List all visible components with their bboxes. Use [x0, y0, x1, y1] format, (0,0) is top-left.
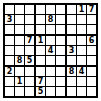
cell-r1c3[interactable]	[25, 5, 36, 15]
cell-r7c9[interactable]	[87, 67, 96, 77]
cell-r3c6[interactable]	[56, 25, 67, 36]
cell-r1c8[interactable]: 1	[77, 5, 87, 15]
cell-r6c5[interactable]	[46, 56, 56, 67]
cell-r9c9[interactable]	[87, 87, 96, 96]
cell-r5c5[interactable]: 4	[46, 46, 56, 56]
cell-r5c6[interactable]	[56, 46, 67, 56]
cell-r4c7[interactable]	[67, 36, 77, 46]
cell-r3c8[interactable]	[77, 25, 87, 36]
cell-r5c2[interactable]	[15, 46, 25, 56]
cell-r5c3[interactable]	[25, 46, 36, 56]
cell-r8c8[interactable]	[77, 77, 87, 87]
cell-r7c4[interactable]	[36, 67, 46, 77]
cell-r8c2[interactable]: 1	[15, 77, 25, 87]
cell-r4c5[interactable]	[46, 36, 56, 46]
cell-r6c3[interactable]: 5	[25, 56, 36, 67]
cell-r1c5[interactable]	[46, 5, 56, 15]
cell-r9c6[interactable]	[56, 87, 67, 96]
cell-r8c5[interactable]	[46, 77, 56, 87]
cell-r6c8[interactable]	[77, 56, 87, 67]
board-row-1: 17	[5, 5, 96, 15]
cell-r2c3[interactable]	[25, 15, 36, 25]
board-row-2: 38	[5, 15, 96, 25]
cell-r7c2[interactable]	[15, 67, 25, 77]
cell-r3c1[interactable]	[5, 25, 15, 36]
cell-r2c4[interactable]	[36, 15, 46, 25]
cell-r5c8[interactable]	[77, 46, 87, 56]
cell-r5c4[interactable]	[36, 46, 46, 56]
cell-r4c9[interactable]: 6	[87, 36, 96, 46]
cell-r7c1[interactable]: 2	[5, 67, 15, 77]
cell-r7c6[interactable]	[56, 67, 67, 77]
page: 17387164385284175	[0, 0, 101, 101]
cell-r1c1[interactable]	[5, 5, 15, 15]
board-row-3	[5, 25, 96, 36]
cell-r2c2[interactable]	[15, 15, 25, 25]
cell-r3c5[interactable]	[46, 25, 56, 36]
sudoku-board: 17387164385284175	[3, 3, 98, 98]
cell-r8c9[interactable]	[87, 77, 96, 87]
board-row-4: 716	[5, 36, 96, 46]
cell-r9c2[interactable]	[15, 87, 25, 96]
cell-r7c8[interactable]: 4	[77, 67, 87, 77]
cell-r9c8[interactable]	[77, 87, 87, 96]
cell-r6c9[interactable]	[87, 56, 96, 67]
board-row-7: 284	[5, 67, 96, 77]
cell-r6c6[interactable]	[56, 56, 67, 67]
board-row-5: 43	[5, 46, 96, 56]
cell-r2c7[interactable]	[67, 15, 77, 25]
cell-r9c4[interactable]: 5	[36, 87, 46, 96]
cell-r2c9[interactable]	[87, 15, 96, 25]
board-row-8: 17	[5, 77, 96, 87]
cell-r2c1[interactable]: 3	[5, 15, 15, 25]
cell-r8c6[interactable]	[56, 77, 67, 87]
cell-r6c4[interactable]	[36, 56, 46, 67]
cell-r3c2[interactable]	[15, 25, 25, 36]
cell-r2c8[interactable]	[77, 15, 87, 25]
cell-r9c1[interactable]	[5, 87, 15, 96]
cell-r5c9[interactable]	[87, 46, 96, 56]
cell-r4c6[interactable]	[56, 36, 67, 46]
cell-r1c9[interactable]: 7	[87, 5, 96, 15]
cell-r4c4[interactable]: 1	[36, 36, 46, 46]
cell-r2c5[interactable]: 8	[46, 15, 56, 25]
cell-r1c7[interactable]	[67, 5, 77, 15]
cell-r4c3[interactable]: 7	[25, 36, 36, 46]
cell-r9c7[interactable]	[67, 87, 77, 96]
cell-r3c7[interactable]	[67, 25, 77, 36]
cell-r7c3[interactable]	[25, 67, 36, 77]
cell-r2c6[interactable]	[56, 15, 67, 25]
cell-r5c7[interactable]: 3	[67, 46, 77, 56]
board-row-9: 5	[5, 87, 96, 96]
cell-r8c4[interactable]: 7	[36, 77, 46, 87]
cell-r4c1[interactable]	[5, 36, 15, 46]
cell-r3c3[interactable]	[25, 25, 36, 36]
cell-r6c2[interactable]: 8	[15, 56, 25, 67]
cell-r9c5[interactable]	[46, 87, 56, 96]
cell-r8c3[interactable]	[25, 77, 36, 87]
cell-r9c3[interactable]	[25, 87, 36, 96]
cell-r1c6[interactable]	[56, 5, 67, 15]
cell-r4c8[interactable]	[77, 36, 87, 46]
cell-r7c5[interactable]	[46, 67, 56, 77]
cell-r8c7[interactable]	[67, 77, 77, 87]
cell-r6c1[interactable]	[5, 56, 15, 67]
cell-r6c7[interactable]	[67, 56, 77, 67]
board-row-6: 85	[5, 56, 96, 67]
cell-r3c4[interactable]	[36, 25, 46, 36]
cell-r4c2[interactable]	[15, 36, 25, 46]
cell-r5c1[interactable]	[5, 46, 15, 56]
cell-r8c1[interactable]	[5, 77, 15, 87]
cell-r7c7[interactable]: 8	[67, 67, 77, 77]
cell-r3c9[interactable]	[87, 25, 96, 36]
cell-r1c2[interactable]	[15, 5, 25, 15]
cell-r1c4[interactable]	[36, 5, 46, 15]
